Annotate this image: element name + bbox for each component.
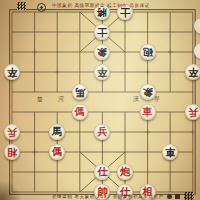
xiangqi-board: 楚河 漢界 將士士象砲卒卒卒馬象馬車傌車兵兵兵相傌炮仕帥仕相 xyxy=(0,0,200,200)
piece-red-advisor[interactable]: 仕 xyxy=(94,164,110,180)
piece-black-soldier[interactable]: 卒 xyxy=(4,64,20,80)
piece-black-elephant[interactable]: 象 xyxy=(140,84,156,100)
piece-red-chariot[interactable]: 車 xyxy=(140,104,156,120)
board-brand-text-bottom: 棋牌监制 名天象棋 2022 全国象棋棋盘定点生产 xyxy=(52,194,164,199)
piece-black-cannon[interactable]: 砲 xyxy=(140,44,156,60)
piece-black-horse[interactable]: 馬 xyxy=(49,124,65,140)
cert-seal-icon xyxy=(167,194,172,199)
piece-black-soldier[interactable]: 卒 xyxy=(185,64,200,80)
piece-black-advisor[interactable]: 士 xyxy=(94,24,110,40)
piece-red-soldier[interactable]: 兵 xyxy=(94,124,110,140)
piece-black-chariot[interactable]: 車 xyxy=(162,144,178,160)
seal-stamp-icon xyxy=(37,3,46,12)
piece-red-soldier[interactable]: 兵 xyxy=(4,124,20,140)
piece-red-elephant[interactable]: 相 xyxy=(4,144,20,160)
piece-black-horse[interactable]: 馬 xyxy=(72,84,88,100)
barcode-icon xyxy=(175,194,180,199)
qr-code-bottom-right xyxy=(184,192,194,200)
piece-red-horse[interactable]: 傌 xyxy=(49,144,65,160)
board-brand-text-top: 中国象棋 高级双面棋盘 精工制作 品质保证 xyxy=(52,3,170,8)
piece-red-cannon[interactable]: 炮 xyxy=(117,164,133,180)
xiangqi-photo: 楚河 漢界 將士士象砲卒卒卒馬象馬車傌車兵兵兵相傌炮仕帥仕相 中国象棋 高级双面… xyxy=(0,0,200,200)
piece-red-soldier[interactable]: 兵 xyxy=(185,104,200,120)
piece-red-horse[interactable]: 傌 xyxy=(72,104,88,120)
piece-black-elephant[interactable]: 象 xyxy=(94,44,110,60)
qr-code-top-left xyxy=(17,2,26,10)
piece-black-soldier[interactable]: 卒 xyxy=(94,64,110,80)
